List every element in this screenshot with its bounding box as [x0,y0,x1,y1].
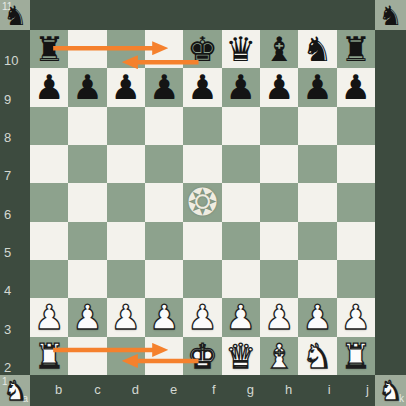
square-i6[interactable] [298,183,336,221]
piece-white-pawn[interactable]: ♟ [111,300,141,334]
board-margin-d1: d [107,375,145,406]
board-margin-k4 [375,260,406,298]
board-margin-a8: 8 [0,107,30,145]
square-e10[interactable] [145,30,183,68]
board-margin-d11 [107,0,145,30]
square-h10[interactable]: ♝ [260,30,298,68]
piece-white-queen[interactable]: ♛ [226,339,256,373]
piece-black-pawn[interactable]: ♟ [34,70,64,104]
board-margin-k5 [375,222,406,260]
board-margin-a4: 4 [0,260,30,298]
square-h9[interactable]: ♟ [260,68,298,106]
square-i2[interactable]: ♞ [298,337,336,375]
piece-white-rook[interactable]: ♜ [34,339,64,373]
piece-white-pawn[interactable]: ♟ [34,300,64,334]
square-i3[interactable]: ♟ [298,298,336,336]
square-g9[interactable]: ♟ [222,68,260,106]
piece-black-pawn[interactable]: ♟ [264,70,294,104]
square-c6[interactable] [68,183,106,221]
square-b5[interactable] [30,222,68,260]
square-e5[interactable] [145,222,183,260]
board-margin-k6 [375,183,406,221]
square-f7[interactable] [183,145,221,183]
square-j7[interactable] [337,145,375,183]
square-j6[interactable] [337,183,375,221]
piece-black-pawn[interactable]: ♟ [302,70,332,104]
square-c2[interactable] [68,337,106,375]
piece-white-pawn[interactable]: ♟ [72,300,102,334]
square-g4[interactable] [222,260,260,298]
square-g2[interactable]: ♛ [222,337,260,375]
piece-black-pawn[interactable]: ♟ [111,70,141,104]
board-margin-i11 [298,0,336,30]
piece-black-pawn[interactable]: ♟ [149,70,179,104]
board-margin-i1: i [298,375,336,406]
board-margin-k3 [375,298,406,336]
square-h8[interactable] [260,107,298,145]
chess-variant-board: 11♞♞10♜♚♛♝♞♜9♟♟♟♟♟♟♟♟♟876❂543♟♟♟♟♟♟♟♟♟2♜… [0,0,406,406]
square-i5[interactable] [298,222,336,260]
piece-white-pawn[interactable]: ♟ [149,300,179,334]
board-margin-k7 [375,145,406,183]
piece-black-bishop[interactable]: ♝ [264,32,294,66]
piece-white-rook[interactable]: ♜ [341,339,371,373]
board-margin-c1: c [68,375,106,406]
square-h7[interactable] [260,145,298,183]
board-margin-a10: 10 [0,30,30,68]
piece-white-king[interactable]: ♚ [187,339,217,373]
piece-black-rook[interactable]: ♜ [341,32,371,66]
board-margin-k8 [375,107,406,145]
board-margin-k9 [375,68,406,106]
board-margin-b11 [30,0,68,30]
piece-white-knight[interactable]: ♞ [302,339,332,373]
square-b10[interactable]: ♜ [30,30,68,68]
piece-black-knight[interactable]: ♞ [378,2,402,29]
square-g3[interactable]: ♟ [222,298,260,336]
square-j5[interactable] [337,222,375,260]
piece-white-pawn[interactable]: ♟ [341,300,371,334]
board-margin-k2 [375,337,406,375]
square-e6[interactable] [145,183,183,221]
square-g7[interactable] [222,145,260,183]
file-label-g: g [247,382,254,397]
square-f5[interactable] [183,222,221,260]
square-e4[interactable] [145,260,183,298]
rank-label-7: 7 [4,168,11,183]
square-i8[interactable] [298,107,336,145]
board-margin-g1: g [222,375,260,406]
square-j9[interactable]: ♟ [337,68,375,106]
board-margin-h1: h [260,375,298,406]
square-h2[interactable]: ♝ [260,337,298,375]
square-g6[interactable] [222,183,260,221]
board-margin-f1: f [183,375,221,406]
square-j2[interactable]: ♜ [337,337,375,375]
square-i10[interactable]: ♞ [298,30,336,68]
piece-black-knight[interactable]: ♞ [3,2,27,29]
square-d6[interactable] [107,183,145,221]
square-e9[interactable]: ♟ [145,68,183,106]
board-wrapper: 11♞♞10♜♚♛♝♞♜9♟♟♟♟♟♟♟♟♟876❂543♟♟♟♟♟♟♟♟♟2♜… [0,0,406,406]
square-d10[interactable] [107,30,145,68]
square-g5[interactable] [222,222,260,260]
rank-label-6: 6 [4,207,11,222]
piece-black-king[interactable]: ♚ [187,32,217,66]
square-i4[interactable] [298,260,336,298]
square-j8[interactable] [337,107,375,145]
rank-label-2: 2 [4,360,11,375]
square-f9[interactable]: ♟ [183,68,221,106]
center-rosette-decoration: ❂ [187,184,218,221]
square-b9[interactable]: ♟ [30,68,68,106]
square-i7[interactable] [298,145,336,183]
piece-white-pawn[interactable]: ♟ [302,300,332,334]
board-margin-a2: 2 [0,337,30,375]
square-a1[interactable]: 1a♞ [0,375,30,406]
square-h3[interactable]: ♟ [260,298,298,336]
square-e3[interactable]: ♟ [145,298,183,336]
square-d7[interactable] [107,145,145,183]
board-margin-h11 [260,0,298,30]
square-c8[interactable] [68,107,106,145]
square-j10[interactable]: ♜ [337,30,375,68]
file-label-d: d [132,382,139,397]
file-label-h: h [285,382,292,397]
square-k1[interactable]: k♞ [375,375,406,406]
piece-white-pawn[interactable]: ♟ [187,300,217,334]
file-label-b: b [55,382,62,397]
board-margin-f11 [183,0,221,30]
piece-white-knight[interactable]: ♞ [378,377,402,404]
board-margin-e1: e [145,375,183,406]
square-e7[interactable] [145,145,183,183]
board-margin-a3: 3 [0,298,30,336]
rank-label-8: 8 [4,130,11,145]
board-margin-b1: b [30,375,68,406]
square-f8[interactable] [183,107,221,145]
board-margin-a9: 9 [0,68,30,106]
square-j3[interactable]: ♟ [337,298,375,336]
rank-label-5: 5 [4,245,11,260]
piece-black-pawn[interactable]: ♟ [72,70,102,104]
piece-white-knight[interactable]: ♞ [3,377,27,404]
square-e2[interactable] [145,337,183,375]
piece-black-knight[interactable]: ♞ [302,32,332,66]
piece-black-pawn[interactable]: ♟ [187,70,217,104]
square-b8[interactable] [30,107,68,145]
piece-white-pawn[interactable]: ♟ [264,300,294,334]
piece-white-bishop[interactable]: ♝ [264,339,294,373]
square-b2[interactable]: ♜ [30,337,68,375]
square-b3[interactable]: ♟ [30,298,68,336]
board-margin-j11 [337,0,375,30]
square-c9[interactable]: ♟ [68,68,106,106]
square-b4[interactable] [30,260,68,298]
rank-label-9: 9 [4,92,11,107]
piece-black-rook[interactable]: ♜ [34,32,64,66]
square-e8[interactable] [145,107,183,145]
file-label-f: f [212,382,216,397]
file-label-j: j [366,382,369,397]
rank-label-10: 10 [4,53,18,68]
board-margin-k10 [375,30,406,68]
square-d3[interactable]: ♟ [107,298,145,336]
square-b7[interactable] [30,145,68,183]
square-d4[interactable] [107,260,145,298]
square-d5[interactable] [107,222,145,260]
square-c5[interactable] [68,222,106,260]
rank-label-4: 4 [4,283,11,298]
square-b6[interactable] [30,183,68,221]
square-c4[interactable] [68,260,106,298]
square-g8[interactable] [222,107,260,145]
file-label-c: c [94,382,101,397]
board-margin-a5: 5 [0,222,30,260]
square-f6[interactable]: ❂ [183,183,221,221]
square-i9[interactable]: ♟ [298,68,336,106]
square-f2[interactable]: ♚ [183,337,221,375]
square-d8[interactable] [107,107,145,145]
square-h4[interactable] [260,260,298,298]
piece-black-pawn[interactable]: ♟ [341,70,371,104]
board-margin-a6: 6 [0,183,30,221]
square-h6[interactable] [260,183,298,221]
board-margin-a7: 7 [0,145,30,183]
square-k11[interactable]: ♞ [375,0,406,30]
square-c7[interactable] [68,145,106,183]
square-c10[interactable] [68,30,106,68]
square-h5[interactable] [260,222,298,260]
board-margin-e11 [145,0,183,30]
square-d9[interactable]: ♟ [107,68,145,106]
square-d2[interactable] [107,337,145,375]
file-label-e: e [170,382,177,397]
square-f10[interactable]: ♚ [183,30,221,68]
piece-white-pawn[interactable]: ♟ [226,300,256,334]
piece-black-queen[interactable]: ♛ [226,32,256,66]
square-j4[interactable] [337,260,375,298]
rank-label-3: 3 [4,322,11,337]
piece-black-pawn[interactable]: ♟ [226,70,256,104]
square-c3[interactable]: ♟ [68,298,106,336]
board-margin-g11 [222,0,260,30]
square-a11[interactable]: 11♞ [0,0,30,30]
square-g10[interactable]: ♛ [222,30,260,68]
board-margin-c11 [68,0,106,30]
board-margin-j1: j [337,375,375,406]
square-f3[interactable]: ♟ [183,298,221,336]
file-label-i: i [328,382,331,397]
square-f4[interactable] [183,260,221,298]
